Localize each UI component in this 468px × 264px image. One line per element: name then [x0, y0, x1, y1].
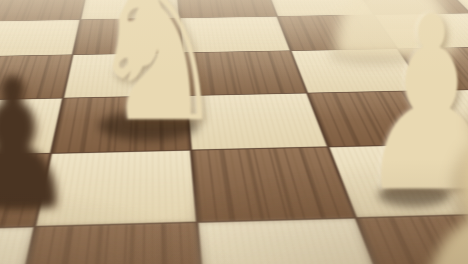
board-grid-blur: [0, 0, 468, 264]
square-b7: [0, 20, 80, 56]
square-d8: [178, 0, 277, 18]
square-d6: [183, 51, 306, 95]
square-c8: [81, 0, 178, 19]
square-c7: [74, 18, 182, 54]
square-f8: [355, 0, 468, 15]
square-b8: [0, 0, 86, 21]
square-d7: [180, 17, 289, 53]
square-e8: [267, 0, 373, 16]
square-c6: [64, 53, 185, 98]
chess-board-blur-copy: [0, 0, 468, 264]
square-d4: [192, 147, 355, 221]
square-e3: [357, 214, 468, 264]
square-c3: [15, 223, 204, 264]
square-d5: [187, 93, 327, 149]
square-c5: [52, 96, 189, 153]
square-c4: [36, 151, 195, 226]
chessboard-photo: ♟ ♞ ♟ ♟ ♟: [0, 0, 468, 264]
square-b6: [0, 55, 72, 100]
